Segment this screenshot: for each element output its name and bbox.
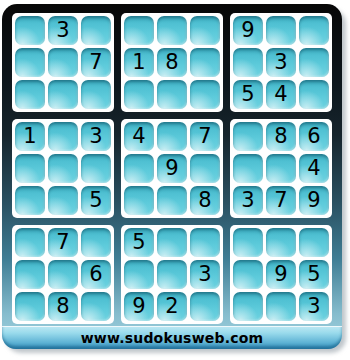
cell-r9c4[interactable]: 9 — [124, 292, 154, 321]
cell-r7c2[interactable]: 7 — [48, 228, 78, 257]
cell-r9c1[interactable] — [15, 292, 45, 321]
cell-r6c1[interactable] — [15, 186, 45, 215]
cell-r3c9[interactable] — [299, 80, 329, 109]
footer-bar: www.sudokusweb.com — [2, 326, 342, 349]
cell-r3c8[interactable]: 4 — [266, 80, 296, 109]
cell-r4c9[interactable]: 6 — [299, 122, 329, 151]
site-link[interactable]: www.sudokusweb.com — [81, 330, 264, 346]
cell-r6c5[interactable] — [157, 186, 187, 215]
cell-r3c3[interactable] — [81, 80, 111, 109]
cell-r8c4[interactable] — [124, 260, 154, 289]
cell-r1c4[interactable] — [124, 16, 154, 45]
cell-r4c6[interactable]: 7 — [190, 122, 220, 151]
box-3-3: 953 — [230, 225, 332, 324]
cell-r2c8[interactable]: 3 — [266, 48, 296, 77]
cell-r3c2[interactable] — [48, 80, 78, 109]
cell-r5c6[interactable] — [190, 154, 220, 183]
cell-r3c6[interactable] — [190, 80, 220, 109]
cell-r1c6[interactable] — [190, 16, 220, 45]
cell-r1c8[interactable] — [266, 16, 296, 45]
cell-r5c5[interactable]: 9 — [157, 154, 187, 183]
sudoku-board: 3718935413547988643797685392953 — [2, 4, 342, 324]
cell-r8c7[interactable] — [233, 260, 263, 289]
cell-r6c6[interactable]: 8 — [190, 186, 220, 215]
cell-r1c9[interactable] — [299, 16, 329, 45]
cell-r9c6[interactable] — [190, 292, 220, 321]
cell-r2c9[interactable] — [299, 48, 329, 77]
cell-r8c9[interactable]: 5 — [299, 260, 329, 289]
cell-r2c3[interactable]: 7 — [81, 48, 111, 77]
box-2-1: 135 — [12, 119, 114, 218]
cell-r2c6[interactable] — [190, 48, 220, 77]
cell-r6c7[interactable]: 3 — [233, 186, 263, 215]
cell-r3c4[interactable] — [124, 80, 154, 109]
cell-r5c1[interactable] — [15, 154, 45, 183]
cell-r2c4[interactable]: 1 — [124, 48, 154, 77]
cell-r6c3[interactable]: 5 — [81, 186, 111, 215]
cell-r8c5[interactable] — [157, 260, 187, 289]
cell-r9c2[interactable]: 8 — [48, 292, 78, 321]
cell-r1c5[interactable] — [157, 16, 187, 45]
cell-r7c8[interactable] — [266, 228, 296, 257]
cell-r7c5[interactable] — [157, 228, 187, 257]
cell-r5c2[interactable] — [48, 154, 78, 183]
cell-r6c8[interactable]: 7 — [266, 186, 296, 215]
sudoku-grid: 3718935413547988643797685392953 — [12, 13, 332, 324]
box-3-2: 5392 — [121, 225, 223, 324]
cell-r5c7[interactable] — [233, 154, 263, 183]
cell-r6c4[interactable] — [124, 186, 154, 215]
cell-r9c9[interactable]: 3 — [299, 292, 329, 321]
cell-r1c7[interactable]: 9 — [233, 16, 263, 45]
cell-r5c3[interactable] — [81, 154, 111, 183]
cell-r4c4[interactable]: 4 — [124, 122, 154, 151]
cell-r7c6[interactable] — [190, 228, 220, 257]
cell-r8c2[interactable] — [48, 260, 78, 289]
box-1-2: 18 — [121, 13, 223, 112]
cell-r1c1[interactable] — [15, 16, 45, 45]
cell-r5c4[interactable] — [124, 154, 154, 183]
cell-r5c9[interactable]: 4 — [299, 154, 329, 183]
cell-r5c8[interactable] — [266, 154, 296, 183]
cell-r4c1[interactable]: 1 — [15, 122, 45, 151]
cell-r8c6[interactable]: 3 — [190, 260, 220, 289]
cell-r8c3[interactable]: 6 — [81, 260, 111, 289]
cell-r4c7[interactable] — [233, 122, 263, 151]
cell-r3c7[interactable]: 5 — [233, 80, 263, 109]
cell-r8c8[interactable]: 9 — [266, 260, 296, 289]
cell-r7c7[interactable] — [233, 228, 263, 257]
cell-r1c2[interactable]: 3 — [48, 16, 78, 45]
cell-r8c1[interactable] — [15, 260, 45, 289]
cell-r9c8[interactable] — [266, 292, 296, 321]
cell-r2c7[interactable] — [233, 48, 263, 77]
cell-r2c2[interactable] — [48, 48, 78, 77]
sudoku-panel: 3718935413547988643797685392953 www.sudo… — [2, 4, 342, 348]
cell-r4c3[interactable]: 3 — [81, 122, 111, 151]
box-1-3: 9354 — [230, 13, 332, 112]
box-2-2: 4798 — [121, 119, 223, 218]
cell-r4c5[interactable] — [157, 122, 187, 151]
cell-r2c1[interactable] — [15, 48, 45, 77]
cell-r3c1[interactable] — [15, 80, 45, 109]
cell-r6c9[interactable]: 9 — [299, 186, 329, 215]
cell-r4c2[interactable] — [48, 122, 78, 151]
cell-r9c3[interactable] — [81, 292, 111, 321]
cell-r3c5[interactable] — [157, 80, 187, 109]
cell-r6c2[interactable] — [48, 186, 78, 215]
box-3-1: 768 — [12, 225, 114, 324]
cell-r7c4[interactable]: 5 — [124, 228, 154, 257]
cell-r7c9[interactable] — [299, 228, 329, 257]
cell-r2c5[interactable]: 8 — [157, 48, 187, 77]
cell-r7c1[interactable] — [15, 228, 45, 257]
cell-r4c8[interactable]: 8 — [266, 122, 296, 151]
cell-r9c5[interactable]: 2 — [157, 292, 187, 321]
cell-r7c3[interactable] — [81, 228, 111, 257]
cell-r1c3[interactable] — [81, 16, 111, 45]
cell-r9c7[interactable] — [233, 292, 263, 321]
box-1-1: 37 — [12, 13, 114, 112]
box-2-3: 864379 — [230, 119, 332, 218]
